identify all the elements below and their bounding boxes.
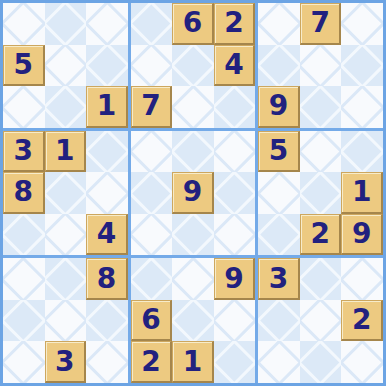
given-cell-r4c7: 5 (258, 131, 300, 173)
empty-cell-r6c2[interactable] (45, 214, 87, 256)
given-cell-r9c4: 2 (131, 341, 173, 383)
empty-cell-r2c5[interactable] (172, 45, 214, 87)
empty-cell-r6c1[interactable] (3, 214, 45, 256)
empty-cell-r3c6[interactable] (214, 86, 256, 128)
given-cell-r7c7: 3 (258, 258, 300, 300)
given-cell-r9c2: 3 (45, 341, 87, 383)
box-r1c1: 51 (3, 3, 128, 128)
box-r2c1: 3184 (3, 131, 128, 256)
empty-cell-r6c4[interactable] (131, 214, 173, 256)
empty-cell-r5c8[interactable] (300, 172, 342, 214)
empty-cell-r7c5[interactable] (172, 258, 214, 300)
given-cell-r1c5: 6 (172, 3, 214, 45)
given-cell-r3c7: 9 (258, 86, 300, 128)
box-r1c2: 6247 (131, 3, 256, 128)
box-r2c2: 9 (131, 131, 256, 256)
empty-cell-r2c7[interactable] (258, 45, 300, 87)
empty-cell-r1c1[interactable] (3, 3, 45, 45)
empty-cell-r9c7[interactable] (258, 341, 300, 383)
empty-cell-r9c6[interactable] (214, 341, 256, 383)
empty-cell-r8c8[interactable] (300, 300, 342, 342)
empty-cell-r3c1[interactable] (3, 86, 45, 128)
given-cell-r4c2: 1 (45, 131, 87, 173)
given-cell-r5c1: 8 (3, 172, 45, 214)
empty-cell-r9c8[interactable] (300, 341, 342, 383)
box-r2c3: 5129 (258, 131, 383, 256)
empty-cell-r6c7[interactable] (258, 214, 300, 256)
empty-cell-r5c2[interactable] (45, 172, 87, 214)
empty-cell-r8c3[interactable] (86, 300, 128, 342)
empty-cell-r3c2[interactable] (45, 86, 87, 128)
empty-cell-r4c6[interactable] (214, 131, 256, 173)
empty-cell-r2c2[interactable] (45, 45, 87, 87)
given-cell-r1c6: 2 (214, 3, 256, 45)
given-cell-r2c6: 4 (214, 45, 256, 87)
empty-cell-r2c3[interactable] (86, 45, 128, 87)
empty-cell-r7c4[interactable] (131, 258, 173, 300)
empty-cell-r9c1[interactable] (3, 341, 45, 383)
empty-cell-r8c6[interactable] (214, 300, 256, 342)
empty-cell-r2c4[interactable] (131, 45, 173, 87)
empty-cell-r9c9[interactable] (341, 341, 383, 383)
empty-cell-r7c2[interactable] (45, 258, 87, 300)
empty-cell-r1c4[interactable] (131, 3, 173, 45)
empty-cell-r8c5[interactable] (172, 300, 214, 342)
given-cell-r7c6: 9 (214, 258, 256, 300)
empty-cell-r5c7[interactable] (258, 172, 300, 214)
given-cell-r6c8: 2 (300, 214, 342, 256)
empty-cell-r3c8[interactable] (300, 86, 342, 128)
empty-cell-r7c9[interactable] (341, 258, 383, 300)
empty-cell-r4c3[interactable] (86, 131, 128, 173)
given-cell-r8c9: 2 (341, 300, 383, 342)
empty-cell-r4c8[interactable] (300, 131, 342, 173)
given-cell-r5c5: 9 (172, 172, 214, 214)
box-r1c3: 79 (258, 3, 383, 128)
empty-cell-r8c7[interactable] (258, 300, 300, 342)
box-r3c3: 32 (258, 258, 383, 383)
empty-cell-r9c3[interactable] (86, 341, 128, 383)
empty-cell-r1c3[interactable] (86, 3, 128, 45)
given-cell-r7c3: 8 (86, 258, 128, 300)
given-cell-r9c5: 1 (172, 341, 214, 383)
empty-cell-r3c9[interactable] (341, 86, 383, 128)
sudoku-board-frame: 5162477931849512983962132 (0, 0, 386, 386)
given-cell-r8c4: 6 (131, 300, 173, 342)
empty-cell-r4c5[interactable] (172, 131, 214, 173)
empty-cell-r4c4[interactable] (131, 131, 173, 173)
given-cell-r6c3: 4 (86, 214, 128, 256)
empty-cell-r8c1[interactable] (3, 300, 45, 342)
empty-cell-r4c9[interactable] (341, 131, 383, 173)
empty-cell-r2c8[interactable] (300, 45, 342, 87)
empty-cell-r1c9[interactable] (341, 3, 383, 45)
empty-cell-r2c9[interactable] (341, 45, 383, 87)
box-r3c2: 9621 (131, 258, 256, 383)
empty-cell-r7c8[interactable] (300, 258, 342, 300)
given-cell-r4c1: 3 (3, 131, 45, 173)
sudoku-board: 5162477931849512983962132 (3, 3, 383, 383)
empty-cell-r7c1[interactable] (3, 258, 45, 300)
empty-cell-r6c5[interactable] (172, 214, 214, 256)
given-cell-r2c1: 5 (3, 45, 45, 87)
given-cell-r3c4: 7 (131, 86, 173, 128)
empty-cell-r5c3[interactable] (86, 172, 128, 214)
given-cell-r5c9: 1 (341, 172, 383, 214)
empty-cell-r1c2[interactable] (45, 3, 87, 45)
empty-cell-r6c6[interactable] (214, 214, 256, 256)
given-cell-r6c9: 9 (341, 214, 383, 256)
empty-cell-r1c7[interactable] (258, 3, 300, 45)
empty-cell-r8c2[interactable] (45, 300, 87, 342)
given-cell-r3c3: 1 (86, 86, 128, 128)
empty-cell-r5c4[interactable] (131, 172, 173, 214)
box-r3c1: 83 (3, 258, 128, 383)
given-cell-r1c8: 7 (300, 3, 342, 45)
empty-cell-r3c5[interactable] (172, 86, 214, 128)
empty-cell-r5c6[interactable] (214, 172, 256, 214)
